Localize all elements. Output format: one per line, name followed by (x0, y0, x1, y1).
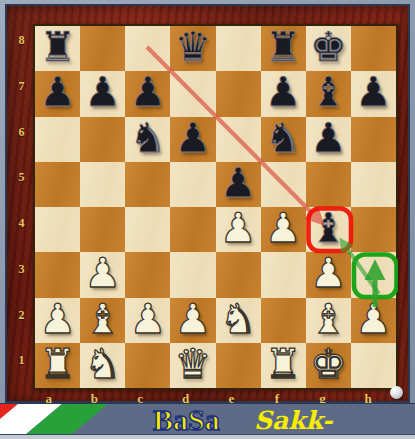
square-f2[interactable] (261, 298, 306, 343)
square-g6[interactable]: ♟ (306, 117, 351, 162)
square-c7[interactable]: ♟ (125, 71, 170, 116)
piece-black-pawn[interactable]: ♟ (220, 163, 257, 204)
square-b5[interactable] (80, 162, 125, 207)
square-g7[interactable]: ♝ (306, 71, 351, 116)
square-b3[interactable]: ♟ (80, 252, 125, 297)
piece-white-pawn[interactable]: ♟ (175, 299, 212, 340)
rank-label-6: 6 (14, 125, 29, 140)
square-f7[interactable]: ♟ (261, 71, 306, 116)
piece-white-king[interactable]: ♚ (310, 344, 347, 385)
piece-black-pawn[interactable]: ♟ (175, 118, 212, 159)
square-c8[interactable] (125, 26, 170, 71)
square-d6[interactable]: ♟ (170, 117, 215, 162)
piece-black-king[interactable]: ♚ (310, 27, 347, 68)
square-e2[interactable]: ♞ (216, 298, 261, 343)
piece-white-knight[interactable]: ♞ (84, 344, 121, 385)
square-a3[interactable] (35, 252, 80, 297)
brand-text: BaSa (153, 404, 220, 434)
piece-white-pawn[interactable]: ♟ (84, 253, 121, 294)
board-frame: ♜♛♜♚♟♟♟♟♝♟♞♟♞♟♟♟♟♝♟♟♟♝♟♟♞♝♟♜♞♛♜♚ 8765432… (5, 4, 410, 403)
square-a4[interactable] (35, 207, 80, 252)
piece-white-queen[interactable]: ♛ (175, 344, 212, 385)
piece-black-pawn[interactable]: ♟ (355, 72, 392, 113)
square-h8[interactable] (351, 26, 396, 71)
square-c1[interactable] (125, 343, 170, 388)
square-a5[interactable] (35, 162, 80, 207)
square-b6[interactable] (80, 117, 125, 162)
piece-white-rook[interactable]: ♜ (39, 344, 76, 385)
piece-white-rook[interactable]: ♜ (265, 344, 302, 385)
piece-white-pawn[interactable]: ♟ (310, 253, 347, 294)
square-g4[interactable]: ♝ (306, 207, 351, 252)
piece-white-pawn[interactable]: ♟ (39, 299, 76, 340)
piece-black-pawn[interactable]: ♟ (39, 72, 76, 113)
square-d8[interactable]: ♛ (170, 26, 215, 71)
square-d3[interactable] (170, 252, 215, 297)
logo-banner: BaSa Sakk-iskola (0, 403, 415, 434)
piece-white-bishop[interactable]: ♝ (310, 299, 347, 340)
piece-black-pawn[interactable]: ♟ (129, 72, 166, 113)
square-g2[interactable]: ♝ (306, 298, 351, 343)
piece-black-bishop[interactable]: ♝ (310, 208, 347, 249)
piece-white-knight[interactable]: ♞ (220, 299, 257, 340)
piece-white-pawn[interactable]: ♟ (129, 299, 166, 340)
square-h1[interactable] (351, 343, 396, 388)
square-h7[interactable]: ♟ (351, 71, 396, 116)
square-h2[interactable]: ♟ (351, 298, 396, 343)
square-c4[interactable] (125, 207, 170, 252)
square-g8[interactable]: ♚ (306, 26, 351, 71)
piece-black-rook[interactable]: ♜ (39, 27, 76, 68)
piece-white-bishop[interactable]: ♝ (84, 299, 121, 340)
square-e8[interactable] (216, 26, 261, 71)
square-a7[interactable]: ♟ (35, 71, 80, 116)
square-e5[interactable]: ♟ (216, 162, 261, 207)
square-f5[interactable] (261, 162, 306, 207)
piece-black-pawn[interactable]: ♟ (310, 118, 347, 159)
square-h3[interactable] (351, 252, 396, 297)
piece-black-rook[interactable]: ♜ (265, 27, 302, 68)
square-g1[interactable]: ♚ (306, 343, 351, 388)
rank-label-2: 2 (14, 308, 29, 323)
square-a8[interactable]: ♜ (35, 26, 80, 71)
piece-black-bishop[interactable]: ♝ (310, 72, 347, 113)
rank-label-5: 5 (14, 170, 29, 185)
square-f8[interactable]: ♜ (261, 26, 306, 71)
square-f4[interactable]: ♟ (261, 207, 306, 252)
rank-label-7: 7 (14, 79, 29, 94)
square-h4[interactable] (351, 207, 396, 252)
brand-subtitle: Sakk-iskola (254, 405, 415, 434)
piece-black-pawn[interactable]: ♟ (84, 72, 121, 113)
square-c3[interactable] (125, 252, 170, 297)
square-b8[interactable] (80, 26, 125, 71)
piece-white-pawn[interactable]: ♟ (355, 299, 392, 340)
square-f6[interactable]: ♞ (261, 117, 306, 162)
square-g3[interactable]: ♟ (306, 252, 351, 297)
square-e4[interactable]: ♟ (216, 207, 261, 252)
square-a1[interactable]: ♜ (35, 343, 80, 388)
square-e6[interactable] (216, 117, 261, 162)
piece-white-pawn[interactable]: ♟ (265, 208, 302, 249)
square-e1[interactable] (216, 343, 261, 388)
square-b7[interactable]: ♟ (80, 71, 125, 116)
rank-label-3: 3 (14, 262, 29, 277)
square-d7[interactable] (170, 71, 215, 116)
rank-label-1: 1 (14, 353, 29, 368)
square-e3[interactable] (216, 252, 261, 297)
square-c2[interactable]: ♟ (125, 298, 170, 343)
chess-board[interactable]: ♜♛♜♚♟♟♟♟♝♟♞♟♞♟♟♟♟♝♟♟♟♝♟♟♞♝♟♜♞♛♜♚ (33, 24, 398, 390)
rank-label-8: 8 (14, 33, 29, 48)
piece-white-pawn[interactable]: ♟ (220, 208, 257, 249)
square-g5[interactable] (306, 162, 351, 207)
square-h5[interactable] (351, 162, 396, 207)
square-b4[interactable] (80, 207, 125, 252)
square-f1[interactable]: ♜ (261, 343, 306, 388)
square-d5[interactable] (170, 162, 215, 207)
square-d1[interactable]: ♛ (170, 343, 215, 388)
square-a6[interactable] (35, 117, 80, 162)
square-c5[interactable] (125, 162, 170, 207)
piece-black-knight[interactable]: ♞ (265, 118, 302, 159)
square-h6[interactable] (351, 117, 396, 162)
square-d2[interactable]: ♟ (170, 298, 215, 343)
rank-label-4: 4 (14, 216, 29, 231)
square-c6[interactable]: ♞ (125, 117, 170, 162)
square-d4[interactable] (170, 207, 215, 252)
bottom-strip (0, 434, 415, 439)
side-to-move-indicator (390, 386, 403, 399)
piece-black-knight[interactable]: ♞ (129, 118, 166, 159)
square-b2[interactable]: ♝ (80, 298, 125, 343)
piece-black-pawn[interactable]: ♟ (265, 72, 302, 113)
square-a2[interactable]: ♟ (35, 298, 80, 343)
square-f3[interactable] (261, 252, 306, 297)
square-b1[interactable]: ♞ (80, 343, 125, 388)
piece-black-queen[interactable]: ♛ (175, 27, 212, 68)
chess-app: ♜♛♜♚♟♟♟♟♝♟♞♟♞♟♟♟♟♝♟♟♟♝♟♟♞♝♟♜♞♛♜♚ 8765432… (0, 0, 415, 439)
square-e7[interactable] (216, 71, 261, 116)
